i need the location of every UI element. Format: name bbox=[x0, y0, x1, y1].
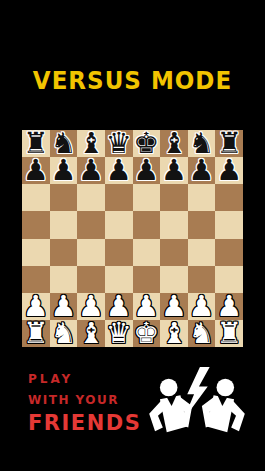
piece-black-pawn: ♟ bbox=[50, 157, 76, 184]
square-e3[interactable] bbox=[133, 266, 161, 293]
player-right-icon bbox=[202, 379, 245, 433]
square-f6[interactable] bbox=[160, 184, 188, 211]
square-b1[interactable]: ♞ bbox=[50, 320, 78, 347]
square-e4[interactable] bbox=[133, 239, 161, 266]
piece-white-pawn: ♟ bbox=[78, 293, 104, 320]
square-d3[interactable] bbox=[105, 266, 133, 293]
piece-white-rook: ♜ bbox=[216, 320, 242, 347]
square-a8[interactable]: ♜ bbox=[22, 130, 50, 157]
piece-black-pawn: ♟ bbox=[133, 157, 159, 184]
piece-black-rook: ♜ bbox=[23, 130, 49, 157]
square-b6[interactable] bbox=[50, 184, 78, 211]
square-a2[interactable]: ♟ bbox=[22, 293, 50, 320]
square-f7[interactable]: ♟ bbox=[160, 157, 188, 184]
square-f3[interactable] bbox=[160, 266, 188, 293]
square-d1[interactable]: ♛ bbox=[105, 320, 133, 347]
square-d4[interactable] bbox=[105, 239, 133, 266]
square-e2[interactable]: ♟ bbox=[133, 293, 161, 320]
piece-white-rook: ♜ bbox=[23, 320, 49, 347]
square-g2[interactable]: ♟ bbox=[188, 293, 216, 320]
square-b2[interactable]: ♟ bbox=[50, 293, 78, 320]
square-b4[interactable] bbox=[50, 239, 78, 266]
piece-white-king: ♚ bbox=[133, 320, 159, 347]
square-h7[interactable]: ♟ bbox=[215, 157, 243, 184]
piece-black-pawn: ♟ bbox=[106, 157, 132, 184]
square-g1[interactable]: ♞ bbox=[188, 320, 216, 347]
piece-white-pawn: ♟ bbox=[133, 293, 159, 320]
square-g3[interactable] bbox=[188, 266, 216, 293]
square-d8[interactable]: ♛ bbox=[105, 130, 133, 157]
square-d2[interactable]: ♟ bbox=[105, 293, 133, 320]
square-h2[interactable]: ♟ bbox=[215, 293, 243, 320]
piece-black-king: ♚ bbox=[133, 130, 159, 157]
square-c5[interactable] bbox=[77, 211, 105, 238]
square-d5[interactable] bbox=[105, 211, 133, 238]
square-f8[interactable]: ♝ bbox=[160, 130, 188, 157]
square-a5[interactable] bbox=[22, 211, 50, 238]
square-b5[interactable] bbox=[50, 211, 78, 238]
square-a3[interactable] bbox=[22, 266, 50, 293]
piece-black-pawn: ♟ bbox=[23, 157, 49, 184]
square-a4[interactable] bbox=[22, 239, 50, 266]
square-e5[interactable] bbox=[133, 211, 161, 238]
piece-black-knight: ♞ bbox=[50, 130, 76, 157]
square-g4[interactable] bbox=[188, 239, 216, 266]
square-b7[interactable]: ♟ bbox=[50, 157, 78, 184]
piece-black-bishop: ♝ bbox=[78, 130, 104, 157]
square-h4[interactable] bbox=[215, 239, 243, 266]
piece-white-pawn: ♟ bbox=[161, 293, 187, 320]
piece-white-bishop: ♝ bbox=[161, 320, 187, 347]
square-h3[interactable] bbox=[215, 266, 243, 293]
piece-black-rook: ♜ bbox=[216, 130, 242, 157]
square-b8[interactable]: ♞ bbox=[50, 130, 78, 157]
square-e6[interactable] bbox=[133, 184, 161, 211]
piece-white-pawn: ♟ bbox=[189, 293, 215, 320]
versus-mode-title: VERSUS MODE bbox=[0, 67, 265, 94]
player-left-icon bbox=[149, 379, 192, 433]
square-h8[interactable]: ♜ bbox=[215, 130, 243, 157]
play-label: PLAY bbox=[28, 372, 141, 386]
piece-black-pawn: ♟ bbox=[161, 157, 187, 184]
square-h5[interactable] bbox=[215, 211, 243, 238]
square-c1[interactable]: ♝ bbox=[77, 320, 105, 347]
piece-black-pawn: ♟ bbox=[189, 157, 215, 184]
square-f4[interactable] bbox=[160, 239, 188, 266]
piece-white-pawn: ♟ bbox=[50, 293, 76, 320]
chess-board[interactable]: ♜♞♝♛♚♝♞♜♟♟♟♟♟♟♟♟♟♟♟♟♟♟♟♟♜♞♝♛♚♝♞♜ bbox=[22, 130, 243, 347]
piece-white-knight: ♞ bbox=[50, 320, 76, 347]
square-h6[interactable] bbox=[215, 184, 243, 211]
square-c6[interactable] bbox=[77, 184, 105, 211]
square-a7[interactable]: ♟ bbox=[22, 157, 50, 184]
piece-white-bishop: ♝ bbox=[78, 320, 104, 347]
piece-black-knight: ♞ bbox=[189, 130, 215, 157]
square-f5[interactable] bbox=[160, 211, 188, 238]
square-f2[interactable]: ♟ bbox=[160, 293, 188, 320]
square-c8[interactable]: ♝ bbox=[77, 130, 105, 157]
piece-white-knight: ♞ bbox=[189, 320, 215, 347]
square-g5[interactable] bbox=[188, 211, 216, 238]
friends-label: FRIENDS bbox=[28, 411, 141, 435]
piece-white-pawn: ♟ bbox=[106, 293, 132, 320]
square-e7[interactable]: ♟ bbox=[133, 157, 161, 184]
square-d7[interactable]: ♟ bbox=[105, 157, 133, 184]
square-g8[interactable]: ♞ bbox=[188, 130, 216, 157]
piece-white-queen: ♛ bbox=[106, 320, 132, 347]
square-e1[interactable]: ♚ bbox=[133, 320, 161, 347]
square-c4[interactable] bbox=[77, 239, 105, 266]
square-c2[interactable]: ♟ bbox=[77, 293, 105, 320]
square-e8[interactable]: ♚ bbox=[133, 130, 161, 157]
square-a1[interactable]: ♜ bbox=[22, 320, 50, 347]
piece-white-pawn: ♟ bbox=[23, 293, 49, 320]
piece-black-pawn: ♟ bbox=[216, 157, 242, 184]
footer-text-block: PLAY WITH YOUR FRIENDS bbox=[28, 372, 141, 435]
square-g7[interactable]: ♟ bbox=[188, 157, 216, 184]
square-a6[interactable] bbox=[22, 184, 50, 211]
square-f1[interactable]: ♝ bbox=[160, 320, 188, 347]
two-players-lightning-icon bbox=[143, 365, 251, 445]
piece-black-bishop: ♝ bbox=[161, 130, 187, 157]
with-your-label: WITH YOUR bbox=[28, 393, 141, 407]
piece-black-queen: ♛ bbox=[106, 130, 132, 157]
square-c7[interactable]: ♟ bbox=[77, 157, 105, 184]
app-screen: VERSUS MODE ♜♞♝♛♚♝♞♜♟♟♟♟♟♟♟♟♟♟♟♟♟♟♟♟♜♞♝♛… bbox=[0, 0, 265, 471]
piece-black-pawn: ♟ bbox=[78, 157, 104, 184]
square-c3[interactable] bbox=[77, 266, 105, 293]
square-b3[interactable] bbox=[50, 266, 78, 293]
square-g6[interactable] bbox=[188, 184, 216, 211]
square-h1[interactable]: ♜ bbox=[215, 320, 243, 347]
square-d6[interactable] bbox=[105, 184, 133, 211]
piece-white-pawn: ♟ bbox=[216, 293, 242, 320]
